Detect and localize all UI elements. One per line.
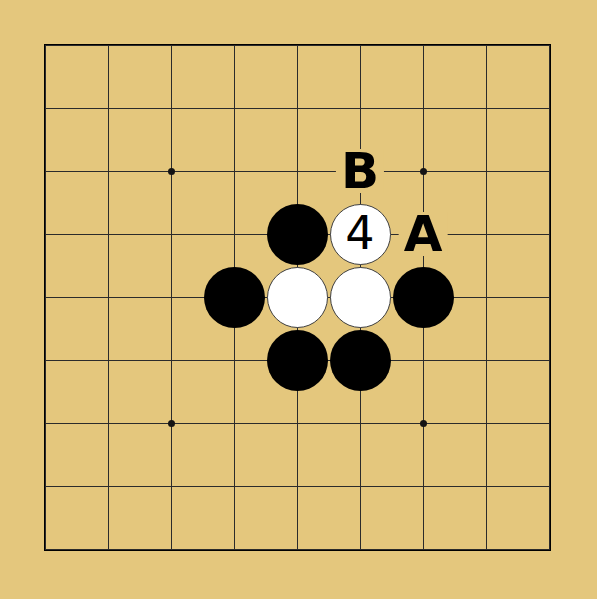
intersection[interactable] [392, 518, 455, 581]
intersection[interactable] [77, 77, 140, 140]
intersection[interactable] [392, 392, 455, 455]
black-stone [267, 204, 328, 265]
intersection[interactable] [203, 455, 266, 518]
intersection[interactable] [455, 392, 518, 455]
white-stone: 4 [330, 204, 391, 265]
intersection[interactable] [77, 455, 140, 518]
intersection[interactable] [14, 455, 77, 518]
intersection[interactable] [329, 329, 392, 392]
intersection[interactable] [14, 518, 77, 581]
go-problem-diagram: B4A [0, 0, 597, 599]
intersection[interactable] [392, 77, 455, 140]
intersection[interactable] [203, 392, 266, 455]
intersection[interactable] [518, 266, 581, 329]
intersection[interactable] [77, 140, 140, 203]
intersection[interactable] [77, 266, 140, 329]
star-point [420, 168, 427, 175]
intersection[interactable] [140, 77, 203, 140]
intersection[interactable] [203, 518, 266, 581]
black-stone [204, 267, 265, 328]
white-stone [267, 267, 328, 328]
intersection[interactable] [77, 518, 140, 581]
intersection[interactable] [329, 77, 392, 140]
star-point [420, 420, 427, 427]
intersection[interactable] [14, 392, 77, 455]
intersection[interactable] [77, 329, 140, 392]
point-label-b: B [336, 149, 384, 193]
intersection[interactable] [392, 14, 455, 77]
intersection[interactable] [266, 266, 329, 329]
intersection[interactable] [14, 329, 77, 392]
black-stone [267, 330, 328, 391]
intersection[interactable] [392, 140, 455, 203]
intersection[interactable] [455, 455, 518, 518]
intersection[interactable] [518, 329, 581, 392]
intersection[interactable] [203, 203, 266, 266]
intersection[interactable] [518, 77, 581, 140]
intersection[interactable] [266, 329, 329, 392]
intersection[interactable] [266, 14, 329, 77]
intersection[interactable] [266, 455, 329, 518]
intersection[interactable] [329, 392, 392, 455]
intersection[interactable] [455, 14, 518, 77]
black-stone [393, 267, 454, 328]
intersection[interactable] [392, 266, 455, 329]
intersection[interactable] [518, 14, 581, 77]
intersection[interactable] [518, 140, 581, 203]
intersection[interactable] [203, 140, 266, 203]
intersection[interactable] [329, 518, 392, 581]
point-label-a: A [399, 212, 448, 256]
intersection[interactable] [266, 392, 329, 455]
star-point [168, 168, 175, 175]
intersection[interactable] [518, 518, 581, 581]
intersection[interactable] [329, 455, 392, 518]
intersection[interactable] [455, 77, 518, 140]
move-number: 4 [345, 210, 374, 256]
intersection[interactable] [455, 266, 518, 329]
intersection[interactable] [392, 329, 455, 392]
intersection[interactable] [14, 14, 77, 77]
intersection[interactable] [455, 203, 518, 266]
intersection[interactable] [203, 14, 266, 77]
intersection[interactable] [266, 140, 329, 203]
intersection[interactable] [140, 518, 203, 581]
intersection[interactable] [140, 392, 203, 455]
intersection[interactable] [455, 518, 518, 581]
intersection[interactable] [77, 14, 140, 77]
intersection[interactable] [329, 14, 392, 77]
intersection[interactable]: 4 [329, 203, 392, 266]
intersection[interactable] [203, 77, 266, 140]
intersection[interactable] [140, 140, 203, 203]
intersection[interactable]: A [392, 203, 455, 266]
intersection[interactable] [455, 140, 518, 203]
intersection[interactable] [140, 455, 203, 518]
intersection[interactable] [14, 266, 77, 329]
intersection[interactable] [455, 329, 518, 392]
go-board[interactable]: B4A [14, 14, 581, 581]
intersection[interactable] [266, 203, 329, 266]
intersection[interactable] [518, 455, 581, 518]
intersection[interactable] [77, 203, 140, 266]
intersection[interactable] [14, 77, 77, 140]
intersection[interactable] [518, 203, 581, 266]
intersection[interactable] [266, 518, 329, 581]
intersection[interactable] [518, 392, 581, 455]
intersection[interactable] [329, 266, 392, 329]
intersection[interactable] [140, 203, 203, 266]
star-point [168, 420, 175, 427]
intersection[interactable] [140, 266, 203, 329]
intersection[interactable] [266, 77, 329, 140]
intersection[interactable] [14, 203, 77, 266]
intersection[interactable] [140, 329, 203, 392]
white-stone [330, 267, 391, 328]
intersection[interactable] [203, 266, 266, 329]
intersection[interactable] [392, 455, 455, 518]
intersection[interactable] [77, 392, 140, 455]
intersection[interactable]: B [329, 140, 392, 203]
intersection[interactable] [140, 14, 203, 77]
intersection[interactable] [203, 329, 266, 392]
intersection[interactable] [14, 140, 77, 203]
black-stone [330, 330, 391, 391]
